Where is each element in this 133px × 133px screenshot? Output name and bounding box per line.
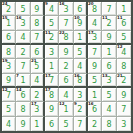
cage-sum: 9 (74, 102, 77, 106)
cage-sum: 22 (59, 31, 65, 35)
cell-r3c5[interactable]: 228 (59, 31, 73, 45)
cage-sum: 21 (31, 59, 37, 63)
digit: 5 (6, 106, 11, 114)
cell-r3c8[interactable]: 9 (102, 31, 116, 45)
digit: 8 (77, 77, 82, 85)
digit: 3 (34, 106, 39, 114)
cage-sum: 21 (117, 74, 123, 78)
cell-r6c8[interactable]: 133 (102, 74, 116, 88)
cell-r1c2[interactable]: 5 (16, 2, 30, 16)
cage-sum: 20 (88, 2, 94, 6)
digit: 4 (63, 92, 68, 100)
digit: 7 (6, 92, 11, 100)
cell-r6c9[interactable]: 212 (117, 74, 131, 88)
cell-r8c7[interactable]: 166 (88, 102, 102, 116)
digit: 7 (106, 6, 111, 14)
cell-r7c8[interactable]: 5 (102, 88, 116, 102)
digit: 2 (92, 121, 97, 129)
cell-r9c4[interactable]: 6 (45, 117, 59, 131)
cell-r7c9[interactable]: 9 (117, 88, 131, 102)
cell-r7c3[interactable]: 2 (31, 88, 45, 102)
digit: 4 (49, 6, 54, 14)
cell-r6c5[interactable]: 6 (59, 74, 73, 88)
cage-sum: 16 (88, 102, 94, 106)
cage-sum: 11 (45, 31, 51, 35)
cage-sum: 11 (102, 16, 108, 20)
digit: 5 (106, 92, 111, 100)
cell-r3c1[interactable]: 6 (2, 31, 16, 45)
digit: 9 (63, 49, 68, 57)
cell-r4c2[interactable]: 2 (16, 45, 30, 59)
digit: 1 (6, 20, 11, 28)
digit: 6 (49, 121, 54, 129)
cell-r3c7[interactable]: 173 (88, 31, 102, 45)
cell-r8c9[interactable]: 7 (117, 102, 131, 116)
cage-sum: 17 (31, 102, 37, 106)
cell-r2c4[interactable]: 5 (45, 16, 59, 30)
digit: 5 (77, 49, 82, 57)
cell-r6c3[interactable]: 4 (31, 74, 45, 88)
cell-r9c9[interactable]: 3 (117, 117, 131, 131)
digit: 4 (92, 20, 97, 28)
cell-r2c7[interactable]: 4 (88, 16, 102, 30)
cage-sum: 16 (74, 74, 80, 78)
digit: 4 (34, 77, 39, 85)
cell-r3c4[interactable]: 112 (45, 31, 59, 45)
digit: 7 (49, 77, 54, 85)
digit: 3 (49, 49, 54, 57)
cell-r5c8[interactable]: 6 (102, 59, 116, 73)
digit: 7 (121, 106, 126, 114)
digit: 5 (49, 20, 54, 28)
digit: 8 (20, 106, 25, 114)
cell-r8c6[interactable]: 92 (74, 102, 88, 116)
cage-sum: 15 (2, 16, 8, 20)
digit: 6 (106, 63, 111, 71)
cell-r2c8[interactable]: 112 (102, 16, 116, 30)
cage-sum: 13 (102, 74, 108, 78)
digit: 6 (121, 20, 126, 28)
digit: 1 (34, 121, 39, 129)
digit: 3 (92, 34, 97, 42)
digit: 9 (20, 121, 25, 129)
cell-r3c6[interactable]: 1 (74, 31, 88, 45)
digit: 2 (77, 106, 82, 114)
digit: 2 (49, 34, 54, 42)
cage-sum: 24 (2, 2, 8, 6)
cage-sum: 10 (74, 16, 80, 20)
digit: 6 (63, 77, 68, 85)
digit: 5 (121, 34, 126, 42)
cell-r8c8[interactable]: 4 (102, 102, 116, 116)
cell-r2c9[interactable]: 116 (117, 16, 131, 30)
cell-r3c3[interactable]: 7 (31, 31, 45, 45)
digit: 9 (6, 77, 11, 85)
digit: 9 (92, 63, 97, 71)
cell-r1c9[interactable]: 1 (117, 2, 131, 16)
cell-r6c7[interactable]: 5 (88, 74, 102, 88)
cell-r1c1[interactable]: 242 (2, 2, 16, 16)
cell-r1c8[interactable]: 7 (102, 2, 116, 16)
digit: 5 (20, 6, 25, 14)
cell-r9c5[interactable]: 5 (59, 117, 73, 131)
cage-sum: 7 (16, 74, 19, 78)
cell-r8c4[interactable]: 9 (45, 102, 59, 116)
cell-r8c5[interactable]: 121 (59, 102, 73, 116)
digit: 3 (63, 6, 68, 14)
digit: 9 (121, 92, 126, 100)
digit: 7 (77, 121, 82, 129)
cell-r4c5[interactable]: 9 (59, 45, 73, 59)
digit: 2 (121, 77, 126, 85)
digit: 1 (92, 92, 97, 100)
cage-sum: 11 (117, 16, 123, 20)
cell-r5c9[interactable]: 8 (117, 59, 131, 73)
cell-r6c6[interactable]: 168 (74, 74, 88, 88)
digit: 5 (92, 77, 97, 85)
cell-r9c1[interactable]: 4 (2, 117, 16, 131)
cell-r8c1[interactable]: 5 (2, 102, 16, 116)
cell-r6c1[interactable]: 9 (2, 74, 16, 88)
cell-r5c2[interactable]: 7 (16, 59, 30, 73)
cell-r4c7[interactable]: 7 (88, 45, 102, 59)
digit: 4 (121, 49, 126, 57)
cell-r4c9[interactable]: 124 (117, 45, 131, 59)
digit: 6 (92, 106, 97, 114)
cell-r7c7[interactable]: 1 (88, 88, 102, 102)
digit: 6 (20, 92, 25, 100)
digit: 3 (6, 63, 11, 71)
digit: 2 (106, 20, 111, 28)
cage-sum: 14 (16, 88, 22, 92)
cell-r9c7[interactable]: 2 (88, 117, 102, 131)
cell-r5c3[interactable]: 215 (31, 59, 45, 73)
cell-r4c4[interactable]: 3 (45, 45, 59, 59)
digit: 9 (77, 20, 82, 28)
cell-r5c5[interactable]: 2 (59, 59, 73, 73)
cage-sum: 12 (117, 45, 123, 49)
cell-r8c3[interactable]: 173 (31, 102, 45, 116)
digit: 7 (92, 49, 97, 57)
digit: 1 (77, 34, 82, 42)
cell-r5c7[interactable]: 9 (88, 59, 102, 73)
digit: 3 (106, 77, 111, 85)
cell-r2c6[interactable]: 109 (74, 16, 88, 30)
cell-r1c3[interactable]: 9 (31, 2, 45, 16)
cage-sum: 12 (2, 88, 8, 92)
cage-sum: 16 (59, 2, 65, 6)
digit: 9 (49, 106, 54, 114)
digit: 1 (49, 63, 54, 71)
cell-r4c3[interactable]: 6 (31, 45, 45, 59)
cage-sum: 19 (2, 59, 8, 63)
digit: 1 (63, 106, 68, 114)
digit: 8 (63, 34, 68, 42)
digit: 3 (20, 20, 25, 28)
cell-r3c9[interactable]: 5 (117, 31, 131, 45)
cell-r9c2[interactable]: 9 (16, 117, 30, 131)
digit: 3 (121, 121, 126, 129)
cell-r7c2[interactable]: 146 (16, 88, 30, 102)
cell-r8c2[interactable]: 8 (16, 102, 30, 116)
cell-r5c1[interactable]: 193 (2, 59, 16, 73)
cage-sum: 12 (59, 102, 65, 106)
cell-r2c1[interactable]: 151 (2, 16, 16, 30)
cell-r1c6[interactable]: 6 (74, 2, 88, 16)
digit: 1 (20, 77, 25, 85)
cell-r4c6[interactable]: 5 (74, 45, 88, 59)
digit: 4 (6, 121, 11, 129)
digit: 4 (106, 106, 111, 114)
digit: 4 (77, 63, 82, 71)
cell-r7c4[interactable]: 178 (45, 88, 59, 102)
digit: 9 (106, 34, 111, 42)
cage-sum: 9 (45, 2, 48, 6)
digit: 6 (34, 49, 39, 57)
cell-r4c1[interactable]: 8 (2, 45, 16, 59)
cell-r6c2[interactable]: 71 (16, 74, 30, 88)
sudoku-board: 2425994163620871151163857109411211664711… (0, 0, 133, 133)
cell-r7c6[interactable]: 3 (74, 88, 88, 102)
cell-r7c1[interactable]: 127 (2, 88, 16, 102)
cell-r7c5[interactable]: 4 (59, 88, 73, 102)
cell-r1c4[interactable]: 94 (45, 2, 59, 16)
digit: 7 (34, 34, 39, 42)
cell-r4c8[interactable]: 1 (102, 45, 116, 59)
cage-sum: 17 (45, 88, 51, 92)
digit: 2 (34, 92, 39, 100)
digit: 8 (34, 20, 39, 28)
digit: 6 (6, 34, 11, 42)
digit: 4 (20, 34, 25, 42)
cell-r9c6[interactable]: 7 (74, 117, 88, 131)
cell-r6c4[interactable]: 177 (45, 74, 59, 88)
cell-r2c2[interactable]: 163 (16, 16, 30, 30)
digit: 9 (34, 6, 39, 14)
digit: 8 (121, 63, 126, 71)
cage-sum: 16 (16, 16, 22, 20)
digit: 2 (6, 6, 11, 14)
digit: 5 (34, 63, 39, 71)
digit: 8 (92, 6, 97, 14)
digit: 5 (63, 121, 68, 129)
cell-r2c5[interactable]: 7 (59, 16, 73, 30)
digit: 3 (77, 92, 82, 100)
cage-sum: 17 (88, 31, 94, 35)
cell-r2c3[interactable]: 8 (31, 16, 45, 30)
digit: 6 (77, 6, 82, 14)
digit: 7 (20, 63, 25, 71)
cell-r1c7[interactable]: 208 (88, 2, 102, 16)
digit: 1 (106, 49, 111, 57)
cell-r3c2[interactable]: 4 (16, 31, 30, 45)
digit: 7 (63, 20, 68, 28)
cell-r1c5[interactable]: 163 (59, 2, 73, 16)
cell-r9c8[interactable]: 8 (102, 117, 116, 131)
digit: 8 (49, 92, 54, 100)
digit: 1 (121, 6, 126, 14)
cell-r5c4[interactable]: 1 (45, 59, 59, 73)
digit: 8 (6, 49, 11, 57)
digit: 8 (106, 121, 111, 129)
cell-r5c6[interactable]: 4 (74, 59, 88, 73)
digit: 2 (63, 63, 68, 71)
cage-sum: 17 (45, 74, 51, 78)
cell-r9c3[interactable]: 1 (31, 117, 45, 131)
digit: 2 (20, 49, 25, 57)
